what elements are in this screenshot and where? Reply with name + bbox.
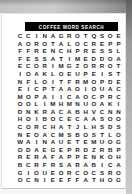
grid-cell: S <box>98 123 106 131</box>
grid-cell: O <box>24 100 32 108</box>
grid-cell: A <box>73 92 81 100</box>
grid-cell: O <box>32 130 40 138</box>
grid-cell: U <box>98 85 106 93</box>
grid-cell: O <box>106 115 114 123</box>
grid-cell: C <box>16 32 24 40</box>
grid-cell: R <box>90 62 98 70</box>
grid-cell: R <box>106 92 114 100</box>
grid-cell: K <box>41 69 49 77</box>
grid-cell: F <box>24 77 32 85</box>
grid-cell: A <box>41 130 49 138</box>
grid-cell: F <box>73 176 81 184</box>
grid-cell: S <box>57 161 65 169</box>
grid-cell: A <box>114 54 122 62</box>
backdrop-gradient <box>0 0 132 13</box>
grid-cell: U <box>82 100 90 108</box>
grid-cell: A <box>57 153 65 161</box>
grid-cell: O <box>57 168 65 176</box>
grid-cell: F <box>16 54 24 62</box>
grid-cell: A <box>49 138 57 146</box>
grid-cell: C <box>90 168 98 176</box>
grid-cell: R <box>65 168 73 176</box>
grid-cell: E <box>65 69 73 77</box>
grid-cell: I <box>32 32 40 40</box>
grid-cell: S <box>98 115 106 123</box>
grid-cell: P <box>41 85 49 93</box>
grid-cell: G <box>57 32 65 40</box>
grid-cell: O <box>24 115 32 123</box>
grid-cell: D <box>82 145 90 153</box>
grid-cell: O <box>82 62 90 70</box>
grid-cell: B <box>73 107 81 115</box>
grid-cell: V <box>90 107 98 115</box>
grid-cell: U <box>73 69 81 77</box>
grid-cell: O <box>32 62 40 70</box>
grid-cell: O <box>106 176 114 184</box>
grid-cell: P <box>73 47 81 55</box>
grid-cell: S <box>41 54 49 62</box>
grid-cell: I <box>16 69 24 77</box>
grid-cell: O <box>57 69 65 77</box>
grid-cell: R <box>16 153 24 161</box>
grid-cell: O <box>106 62 114 70</box>
grid-cell: E <box>98 39 106 47</box>
card-product-photo: COFFEE WORD SEARCH CCINAGROTQSOEAOROTALO… <box>0 0 132 194</box>
grid-cell: O <box>16 176 24 184</box>
grid-cell: A <box>114 161 122 169</box>
grid-cell: G <box>65 62 73 70</box>
grid-cell: P <box>65 153 73 161</box>
grid-cell: L <box>82 123 90 131</box>
grid-cell: O <box>32 168 40 176</box>
grid-cell: P <box>82 69 90 77</box>
grid-cell: M <box>49 100 57 108</box>
grid-cell: A <box>82 176 90 184</box>
grid-cell: P <box>106 39 114 47</box>
grid-cell: A <box>16 39 24 47</box>
grid-cell: T <box>98 130 106 138</box>
card-title: COFFEE WORD SEARCH <box>39 24 104 29</box>
grid-cell: A <box>106 85 114 93</box>
grid-cell: O <box>106 138 114 146</box>
grid-cell: E <box>114 77 122 85</box>
grid-cell: T <box>82 32 90 40</box>
grid-cell: D <box>90 54 98 62</box>
grid-cell: H <box>65 47 73 55</box>
grid-cell: O <box>41 39 49 47</box>
grid-cell: M <box>82 77 90 85</box>
grid-cell: I <box>24 85 32 93</box>
grid-cell: A <box>82 161 90 169</box>
grid-cell: O <box>82 130 90 138</box>
grid-cell: C <box>73 168 81 176</box>
grid-cell: G <box>114 176 122 184</box>
grid-cell: L <box>65 39 73 47</box>
grid-cell: I <box>49 77 57 85</box>
grid-cell: A <box>90 115 98 123</box>
grid-cell: B <box>106 145 114 153</box>
grid-cell: I <box>82 85 90 93</box>
grid-cell: R <box>65 32 73 40</box>
grid-cell: S <box>90 130 98 138</box>
grid-cell: A <box>41 92 49 100</box>
grid-cell: O <box>41 77 49 85</box>
grid-cell: H <box>57 100 65 108</box>
grid-cell: R <box>98 145 106 153</box>
grid-cell: O <box>73 39 81 47</box>
grid-cell: F <box>49 153 57 161</box>
grid-cell: O <box>90 77 98 85</box>
grid-cell: N <box>41 32 49 40</box>
grid-cell: U <box>41 168 49 176</box>
grid-cell: G <box>16 168 24 176</box>
grid-cell: G <box>49 145 57 153</box>
grid-cell: E <box>90 47 98 55</box>
grid-cell: E <box>65 138 73 146</box>
title-bar: COFFEE WORD SEARCH <box>25 22 118 31</box>
grid-cell: N <box>114 107 122 115</box>
grid-cell: O <box>114 130 122 138</box>
grid-cell: A <box>65 85 73 93</box>
grid-cell: S <box>106 47 114 55</box>
grid-cell: C <box>114 85 122 93</box>
grid-cell: Z <box>90 145 98 153</box>
grid-cell: I <box>41 176 49 184</box>
grid-cell: O <box>82 168 90 176</box>
grid-cell: Q <box>90 32 98 40</box>
grid-cell: W <box>16 138 24 146</box>
grid-cell: R <box>98 62 106 70</box>
grid-cell: I <box>49 92 57 100</box>
grid-cell: M <box>73 54 81 62</box>
grid-cell: D <box>24 145 32 153</box>
grid-cell: P <box>114 39 122 47</box>
grid-cell: A <box>49 32 57 40</box>
grid-cell: C <box>49 130 57 138</box>
grid-cell: O <box>24 123 32 131</box>
grid-cell: O <box>24 39 32 47</box>
grid-cell: J <box>73 123 81 131</box>
grid-cell: P <box>114 145 122 153</box>
grid-cell: R <box>73 145 81 153</box>
grid-cell: F <box>16 47 24 55</box>
grid-cell: T <box>114 69 122 77</box>
grid-cell: C <box>24 161 32 169</box>
grid-cell: C <box>16 123 24 131</box>
grid-cell: R <box>41 107 49 115</box>
grid-cell: H <box>82 107 90 115</box>
grid-cell: H <box>98 176 106 184</box>
grid-cell: O <box>49 115 57 123</box>
grid-cell: R <box>41 62 49 70</box>
grid-cell: A <box>32 69 40 77</box>
grid-cell: R <box>32 47 40 55</box>
grid-cell: T <box>65 123 73 131</box>
grid-cell: N <box>16 77 24 85</box>
grid-cell: H <box>114 153 122 161</box>
grid-cell: O <box>16 145 24 153</box>
grid-cell: K <box>32 107 40 115</box>
grid-cell: O <box>106 32 114 40</box>
grid-cell: E <box>65 115 73 123</box>
grid-cell: E <box>82 153 90 161</box>
grid-cell: O <box>73 85 81 93</box>
grid-cell: T <box>73 138 81 146</box>
grid-cell: C <box>98 107 106 115</box>
grid-cell: I <box>114 100 122 108</box>
grid-cell: T <box>49 39 57 47</box>
grid-cell: S <box>114 123 122 131</box>
grid-cell: B <box>73 130 81 138</box>
grid-cell: R <box>32 161 40 169</box>
grid-cell: F <box>41 161 49 169</box>
grid-cell: H <box>16 115 24 123</box>
grid-cell: H <box>49 123 57 131</box>
grid-cell: P <box>98 92 106 100</box>
grid-cell: L <box>32 77 40 85</box>
grid-cell: I <box>98 161 106 169</box>
grid-cell: C <box>114 92 122 100</box>
grid-cell: O <box>106 153 114 161</box>
grid-cell: P <box>32 92 40 100</box>
grid-cell: S <box>65 130 73 138</box>
grid-cell: E <box>24 54 32 62</box>
grid-cell: E <box>114 32 122 40</box>
grid-cell: I <box>49 62 57 70</box>
grid-cell: L <box>106 130 114 138</box>
grid-cell: C <box>82 39 90 47</box>
grid-cell: E <box>57 145 65 153</box>
grid-cell: C <box>57 47 65 55</box>
word-search-grid: CCINAGROTQSOEAOROTALOCREPPFFRENCHPRESSLF… <box>16 32 123 184</box>
grid-cell: M <box>16 92 24 100</box>
grid-cell: I <box>65 54 73 62</box>
grid-cell: S <box>32 54 40 62</box>
grid-cell: C <box>24 176 32 184</box>
grid-cell: F <box>65 176 73 184</box>
grid-cell: C <box>57 115 65 123</box>
grid-cell: E <box>57 176 65 184</box>
grid-cell: R <box>32 39 40 47</box>
grid-cell: E <box>82 54 90 62</box>
grid-cell: O <box>106 54 114 62</box>
grid-cell: P <box>98 77 106 85</box>
grid-cell: C <box>24 32 32 40</box>
grid-cell: D <box>16 107 24 115</box>
grid-cell: A <box>49 54 57 62</box>
grid-cell: I <box>41 100 49 108</box>
grid-cell: R <box>73 77 81 85</box>
grid-cell: E <box>16 85 24 93</box>
grid-cell: A <box>57 85 65 93</box>
grid-cell: L <box>32 100 40 108</box>
grid-cell: M <box>65 100 73 108</box>
grid-cell: T <box>49 85 57 93</box>
grid-cell: E <box>49 176 57 184</box>
grid-cell: O <box>24 92 32 100</box>
grid-cell: F <box>65 77 73 85</box>
grid-cell: M <box>57 130 65 138</box>
grid-cell: T <box>57 54 65 62</box>
grid-cell: C <box>73 115 81 123</box>
grid-cell: E <box>90 69 98 77</box>
grid-cell: I <box>24 168 32 176</box>
greeting-card-front: COFFEE WORD SEARCH CCINAGROTQSOEAOROTALO… <box>1 13 126 189</box>
grid-cell: M <box>57 62 65 70</box>
grid-cell: R <box>32 153 40 161</box>
grid-cell: R <box>32 123 40 131</box>
grid-cell: R <box>73 161 81 169</box>
grid-cell: K <box>106 100 114 108</box>
grid-cell: B <box>16 161 24 169</box>
grid-cell: E <box>82 138 90 146</box>
grid-cell: F <box>24 47 32 55</box>
grid-cell: R <box>106 168 114 176</box>
grid-cell: C <box>24 62 32 70</box>
grid-cell: B <box>90 161 98 169</box>
grid-cell: O <box>90 100 98 108</box>
grid-cell: I <box>32 115 40 123</box>
grid-cell: L <box>49 69 57 77</box>
grid-cell: N <box>106 107 114 115</box>
grid-cell: A <box>49 107 57 115</box>
grid-cell: O <box>73 32 81 40</box>
grid-cell: B <box>41 115 49 123</box>
grid-cell: U <box>57 138 65 146</box>
grid-cell: N <box>41 138 49 146</box>
grid-cell: E <box>49 168 57 176</box>
grid-cell: A <box>65 107 73 115</box>
grid-cell: H <box>90 123 98 131</box>
grid-cell: E <box>24 130 32 138</box>
grid-cell: C <box>41 123 49 131</box>
grid-cell: D <box>106 77 114 85</box>
grid-cell: O <box>114 115 122 123</box>
grid-cell: A <box>98 100 106 108</box>
grid-cell: R <box>90 39 98 47</box>
grid-cell: S <box>98 32 106 40</box>
grid-cell: N <box>32 176 40 184</box>
grid-cell: N <box>73 100 81 108</box>
grid-cell: A <box>24 138 32 146</box>
grid-cell: T <box>57 77 65 85</box>
grid-cell: O <box>16 100 24 108</box>
grid-cell: T <box>90 176 98 184</box>
grid-cell: A <box>41 153 49 161</box>
grid-cell: N <box>49 47 57 55</box>
grid-cell: M <box>90 138 98 146</box>
grid-cell: T <box>114 62 122 70</box>
grid-cell: A <box>65 161 73 169</box>
grid-cell: N <box>24 107 32 115</box>
grid-cell: G <box>114 138 122 146</box>
grid-cell: E <box>41 47 49 55</box>
grid-cell: C <box>65 92 73 100</box>
grid-cell: C <box>32 85 40 93</box>
grid-cell: L <box>114 47 122 55</box>
grid-cell: E <box>24 153 32 161</box>
grid-cell: O <box>82 92 90 100</box>
grid-cell: A <box>82 115 90 123</box>
grid-cell: U <box>98 138 106 146</box>
grid-cell: Z <box>73 62 81 70</box>
grid-cell: C <box>57 107 65 115</box>
grid-cell: E <box>16 62 24 70</box>
grid-cell: R <box>82 47 90 55</box>
card-edge-shadow <box>126 0 132 194</box>
grid-cell: I <box>32 138 40 146</box>
grid-cell: O <box>24 69 32 77</box>
grid-cell: E <box>41 145 49 153</box>
grid-cell: P <box>65 145 73 153</box>
grid-cell: C <box>90 92 98 100</box>
grid-cell: I <box>57 92 65 100</box>
grid-cell: R <box>49 161 57 169</box>
grid-cell: N <box>16 130 24 138</box>
grid-cell: A <box>57 123 65 131</box>
grid-cell: A <box>57 39 65 47</box>
grid-cell: C <box>106 161 114 169</box>
grid-cell: N <box>90 153 98 161</box>
grid-cell: O <box>90 85 98 93</box>
grid-cell: D <box>98 54 106 62</box>
grid-cell: S <box>106 69 114 77</box>
grid-cell: D <box>106 123 114 131</box>
grid-cell: S <box>98 168 106 176</box>
grid-cell: P <box>73 153 81 161</box>
grid-cell: S <box>98 47 106 55</box>
grid-cell: I <box>98 69 106 77</box>
grid-cell: K <box>98 153 106 161</box>
grid-cell: A <box>32 145 40 153</box>
grid-cell: O <box>114 168 122 176</box>
